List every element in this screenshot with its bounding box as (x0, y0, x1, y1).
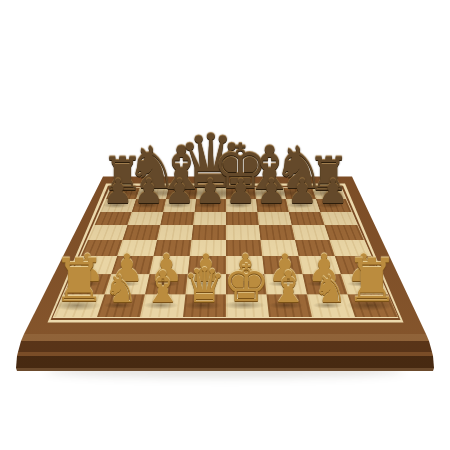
square-d4 (189, 240, 225, 256)
square-g1 (306, 294, 354, 317)
square-d3 (187, 256, 225, 274)
square-e7 (226, 199, 257, 211)
chess-board (54, 188, 398, 317)
square-g4 (294, 240, 334, 256)
square-f7 (256, 199, 289, 211)
square-a8 (105, 188, 139, 199)
square-d5 (191, 225, 225, 240)
square-c1 (140, 294, 186, 317)
square-g3 (298, 256, 340, 274)
square-b8 (135, 188, 167, 199)
square-e1 (226, 294, 269, 317)
square-h8 (312, 188, 346, 199)
square-a3 (72, 256, 116, 274)
square-e3 (226, 256, 264, 274)
square-f8 (254, 188, 285, 199)
square-h4 (329, 240, 371, 256)
square-a4 (80, 240, 122, 256)
square-a6 (94, 212, 131, 225)
square-f6 (257, 212, 291, 225)
square-g6 (288, 212, 324, 225)
square-h3 (334, 256, 378, 274)
square-g7 (286, 199, 320, 211)
square-b5 (122, 225, 160, 240)
square-c5 (157, 225, 193, 240)
square-f2 (264, 274, 307, 294)
square-g5 (291, 225, 329, 240)
square-e8 (226, 188, 256, 199)
square-h7 (316, 199, 351, 211)
square-b3 (111, 256, 153, 274)
square-a7 (100, 199, 135, 211)
square-d1 (183, 294, 226, 317)
square-f3 (262, 256, 302, 274)
square-g2 (302, 274, 347, 294)
square-d6 (193, 212, 226, 225)
square-f4 (260, 240, 298, 256)
square-d7 (194, 199, 225, 211)
square-e4 (226, 240, 262, 256)
square-h1 (347, 294, 398, 317)
square-a2 (64, 274, 111, 294)
square-h5 (324, 225, 363, 240)
square-c4 (153, 240, 191, 256)
square-b4 (117, 240, 157, 256)
square-c8 (165, 188, 196, 199)
square-e5 (226, 225, 260, 240)
square-c3 (149, 256, 189, 274)
square-c2 (145, 274, 188, 294)
square-f1 (266, 294, 312, 317)
square-c6 (160, 212, 194, 225)
square-a5 (88, 225, 127, 240)
square-h6 (320, 212, 357, 225)
square-d2 (185, 274, 225, 294)
square-e6 (226, 212, 259, 225)
square-h2 (340, 274, 387, 294)
square-d8 (195, 188, 225, 199)
chess-set-photo: ♜♞♝♛♚♝♞♜♟♟♟♟♟♟♟♟♟♟♟♟♟♟♟♟♜♞♝♛♚♝♞♜ (0, 0, 450, 450)
square-b7 (131, 199, 165, 211)
square-b2 (104, 274, 149, 294)
square-b1 (97, 294, 145, 317)
square-e2 (226, 274, 266, 294)
square-f5 (258, 225, 294, 240)
square-c7 (163, 199, 196, 211)
square-b6 (127, 212, 163, 225)
square-g8 (283, 188, 315, 199)
